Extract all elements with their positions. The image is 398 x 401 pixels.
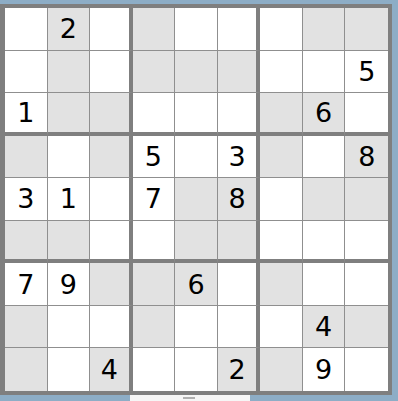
sudoku-cell-r4c5[interactable] bbox=[175, 136, 218, 179]
sudoku-cell-r4c3[interactable] bbox=[90, 136, 133, 179]
sudoku-cell-r4c8[interactable] bbox=[303, 136, 346, 179]
sudoku-cell-r8c8[interactable]: 4 bbox=[303, 306, 346, 349]
sudoku-cell-r5c5[interactable] bbox=[175, 178, 218, 221]
sudoku-cell-r3c8[interactable]: 6 bbox=[303, 93, 346, 136]
sudoku-cell-r7c9[interactable] bbox=[345, 263, 388, 306]
sudoku-cell-r5c7[interactable] bbox=[260, 178, 303, 221]
sudoku-cell-r6c8[interactable] bbox=[303, 221, 346, 264]
sudoku-cell-r1c5[interactable] bbox=[175, 8, 218, 51]
sudoku-cell-r3c7[interactable] bbox=[260, 93, 303, 136]
sudoku-cell-r7c6[interactable] bbox=[218, 263, 261, 306]
sudoku-cell-r6c2[interactable] bbox=[48, 221, 91, 264]
sudoku-cell-r3c6[interactable] bbox=[218, 93, 261, 136]
sudoku-cell-r6c5[interactable] bbox=[175, 221, 218, 264]
sudoku-cell-r2c4[interactable] bbox=[133, 51, 176, 94]
drag-handle-icon[interactable] bbox=[183, 397, 195, 399]
sudoku-cell-r8c2[interactable] bbox=[48, 306, 91, 349]
sudoku-cell-r7c4[interactable] bbox=[133, 263, 176, 306]
sudoku-cell-r2c8[interactable] bbox=[303, 51, 346, 94]
sudoku-cell-r7c8[interactable] bbox=[303, 263, 346, 306]
sudoku-cell-r5c8[interactable] bbox=[303, 178, 346, 221]
sudoku-cell-r4c4[interactable]: 5 bbox=[133, 136, 176, 179]
sudoku-cell-r1c8[interactable] bbox=[303, 8, 346, 51]
sudoku-cell-r1c3[interactable] bbox=[90, 8, 133, 51]
sudoku-cell-r3c9[interactable] bbox=[345, 93, 388, 136]
sudoku-cell-r1c1[interactable] bbox=[5, 8, 48, 51]
sudoku-cell-r6c7[interactable] bbox=[260, 221, 303, 264]
sudoku-cell-r7c5[interactable]: 6 bbox=[175, 263, 218, 306]
sudoku-cell-r1c2[interactable]: 2 bbox=[48, 8, 91, 51]
sudoku-cell-r9c5[interactable] bbox=[175, 348, 218, 391]
sudoku-cell-r6c4[interactable] bbox=[133, 221, 176, 264]
sudoku-board: 251653831787964429 bbox=[0, 4, 392, 395]
sudoku-cell-r1c6[interactable] bbox=[218, 8, 261, 51]
sudoku-cell-r8c6[interactable] bbox=[218, 306, 261, 349]
sudoku-cell-r6c9[interactable] bbox=[345, 221, 388, 264]
sudoku-cell-r9c3[interactable]: 4 bbox=[90, 348, 133, 391]
sudoku-cell-r2c3[interactable] bbox=[90, 51, 133, 94]
sudoku-cell-r5c9[interactable] bbox=[345, 178, 388, 221]
sudoku-cell-r3c1[interactable]: 1 bbox=[5, 93, 48, 136]
sudoku-cell-r6c6[interactable] bbox=[218, 221, 261, 264]
sudoku-cell-r6c1[interactable] bbox=[5, 221, 48, 264]
sudoku-cell-r9c8[interactable]: 9 bbox=[303, 348, 346, 391]
sudoku-cell-r8c3[interactable] bbox=[90, 306, 133, 349]
sudoku-cell-r4c6[interactable]: 3 bbox=[218, 136, 261, 179]
sudoku-cell-r1c7[interactable] bbox=[260, 8, 303, 51]
sudoku-cell-r8c5[interactable] bbox=[175, 306, 218, 349]
sudoku-cell-r4c7[interactable] bbox=[260, 136, 303, 179]
sudoku-cell-r6c3[interactable] bbox=[90, 221, 133, 264]
sudoku-cell-r2c6[interactable] bbox=[218, 51, 261, 94]
sudoku-cell-r7c2[interactable]: 9 bbox=[48, 263, 91, 306]
sudoku-cell-r2c7[interactable] bbox=[260, 51, 303, 94]
sudoku-cell-r9c9[interactable] bbox=[345, 348, 388, 391]
sudoku-cell-r7c3[interactable] bbox=[90, 263, 133, 306]
sudoku-cell-r3c3[interactable] bbox=[90, 93, 133, 136]
sudoku-cell-r4c2[interactable] bbox=[48, 136, 91, 179]
sudoku-cell-r9c7[interactable] bbox=[260, 348, 303, 391]
sudoku-cell-r4c9[interactable]: 8 bbox=[345, 136, 388, 179]
sudoku-cell-r5c4[interactable]: 7 bbox=[133, 178, 176, 221]
sudoku-cell-r5c6[interactable]: 8 bbox=[218, 178, 261, 221]
sudoku-cell-r2c1[interactable] bbox=[5, 51, 48, 94]
sudoku-cell-r9c6[interactable]: 2 bbox=[218, 348, 261, 391]
sudoku-cell-r8c9[interactable] bbox=[345, 306, 388, 349]
sudoku-cell-r5c3[interactable] bbox=[90, 178, 133, 221]
sudoku-cell-r9c4[interactable] bbox=[133, 348, 176, 391]
sudoku-cell-r5c2[interactable]: 1 bbox=[48, 178, 91, 221]
sudoku-cell-r3c4[interactable] bbox=[133, 93, 176, 136]
sudoku-app-window: 251653831787964429 bbox=[0, 0, 398, 401]
sudoku-cell-r1c9[interactable] bbox=[345, 8, 388, 51]
sudoku-cell-r9c2[interactable] bbox=[48, 348, 91, 391]
sudoku-cell-r3c5[interactable] bbox=[175, 93, 218, 136]
sudoku-cell-r1c4[interactable] bbox=[133, 8, 176, 51]
sudoku-cell-r9c1[interactable] bbox=[5, 348, 48, 391]
sudoku-cell-r3c2[interactable] bbox=[48, 93, 91, 136]
sudoku-cell-r2c5[interactable] bbox=[175, 51, 218, 94]
sudoku-cell-r8c4[interactable] bbox=[133, 306, 176, 349]
sudoku-cell-r2c9[interactable]: 5 bbox=[345, 51, 388, 94]
sudoku-cell-r2c2[interactable] bbox=[48, 51, 91, 94]
sudoku-cell-r8c7[interactable] bbox=[260, 306, 303, 349]
sudoku-cell-r4c1[interactable] bbox=[5, 136, 48, 179]
bottom-window-edge bbox=[130, 395, 250, 401]
sudoku-cell-r7c1[interactable]: 7 bbox=[5, 263, 48, 306]
sudoku-cell-r8c1[interactable] bbox=[5, 306, 48, 349]
sudoku-cell-r5c1[interactable]: 3 bbox=[5, 178, 48, 221]
sudoku-cell-r7c7[interactable] bbox=[260, 263, 303, 306]
